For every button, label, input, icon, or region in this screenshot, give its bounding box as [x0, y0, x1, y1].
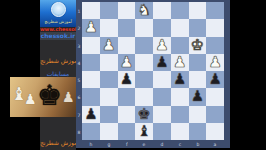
square-e5 [135, 71, 153, 88]
chess-pieces-photo: ♝ ♟ ♚ ♟ [10, 77, 76, 117]
square-g6 [100, 88, 118, 105]
file-label-g: g [101, 140, 117, 147]
logo-calligraphy: آموزش شطرنج [44, 18, 72, 23]
black-pawn-a5: ♟ [208, 72, 221, 87]
white-pawn-c4: ♟ [173, 55, 186, 70]
sidebar: آموزش شطرنج www.chessok.ir chessok.ir آم… [40, 0, 76, 150]
rank-label-3: 3 [76, 37, 81, 53]
black-king-e7: ♚ [137, 107, 150, 122]
chess-federation-emblem-icon [51, 2, 66, 17]
square-g5 [100, 71, 118, 88]
square-h7: ♟ [82, 106, 100, 123]
rank-label-8: 8 [76, 124, 81, 140]
file-label-b: b [189, 140, 205, 147]
black-pawn-c5: ♟ [173, 72, 186, 87]
rank-label-2: 2 [76, 20, 81, 36]
caption-orange-top: آموزش شطرنج [40, 57, 76, 64]
square-h6 [82, 88, 100, 105]
rank-label-7: 7 [76, 106, 81, 122]
square-d6 [153, 88, 171, 105]
white-knight-e1: ♞ [137, 3, 150, 18]
square-g7 [100, 106, 118, 123]
square-e1: ♞ [135, 2, 153, 19]
file-label-a: a [207, 140, 223, 147]
chess-board: 12345678 ♞♟♟♟♚♟♟♟♟♟♟♟♟♟♚♝ hgfedcba [76, 0, 230, 148]
file-label-f: f [118, 140, 134, 147]
square-a3 [206, 37, 224, 54]
square-b2 [189, 19, 207, 36]
caption-orange-bottom: آموزش شطرنج [40, 139, 76, 146]
square-g2 [100, 19, 118, 36]
file-label-h: h [83, 140, 99, 147]
square-f7 [118, 106, 136, 123]
square-c3 [171, 37, 189, 54]
square-b3: ♚ [189, 37, 207, 54]
logo-box: آموزش شطرنج [40, 0, 76, 27]
square-e4 [135, 54, 153, 71]
square-c2 [171, 19, 189, 36]
rank-label-1: 1 [76, 3, 81, 19]
square-h5 [82, 71, 100, 88]
square-c4: ♟ [171, 54, 189, 71]
square-b4 [189, 54, 207, 71]
square-e8: ♝ [135, 123, 153, 140]
file-label-d: d [154, 140, 170, 147]
white-king-b3: ♚ [191, 38, 204, 53]
square-f1 [118, 2, 136, 19]
black-bishop-e8: ♝ [137, 124, 150, 139]
square-a5: ♟ [206, 71, 224, 88]
black-pawn-d4: ♟ [155, 55, 168, 70]
video-frame: آموزش شطرنج www.chessok.ir chessok.ir آم… [0, 0, 266, 150]
square-b7 [189, 106, 207, 123]
square-d4: ♟ [153, 54, 171, 71]
square-d3: ♟ [153, 37, 171, 54]
square-e6 [135, 88, 153, 105]
square-d7 [153, 106, 171, 123]
square-b8 [189, 123, 207, 140]
photo-white-pawn: ♟ [24, 91, 37, 107]
square-h8 [82, 123, 100, 140]
square-a1 [206, 2, 224, 19]
square-f5: ♟ [118, 71, 136, 88]
square-g1 [100, 2, 118, 19]
square-a8 [206, 123, 224, 140]
square-h1 [82, 2, 100, 19]
photo-black-king: ♚ [37, 79, 62, 112]
black-pawn-b6: ♟ [191, 89, 204, 104]
rank-label-4: 4 [76, 55, 81, 71]
square-h4 [82, 54, 100, 71]
caption-blue: مسابقات [40, 70, 76, 77]
file-label-c: c [172, 140, 188, 147]
black-pawn-f5: ♟ [120, 72, 133, 87]
file-label-e: e [136, 140, 152, 147]
white-pawn-f4: ♟ [120, 55, 133, 70]
rank-label-5: 5 [76, 72, 81, 88]
square-d2 [153, 19, 171, 36]
square-f2 [118, 19, 136, 36]
square-h2: ♟ [82, 19, 100, 36]
square-a2 [206, 19, 224, 36]
square-b1 [189, 2, 207, 19]
square-a4: ♟ [206, 54, 224, 71]
square-f8 [118, 123, 136, 140]
square-c5: ♟ [171, 71, 189, 88]
square-e2 [135, 19, 153, 36]
white-pawn-a4: ♟ [208, 55, 221, 70]
square-f3 [118, 37, 136, 54]
square-d1 [153, 2, 171, 19]
white-pawn-g3: ♟ [102, 38, 115, 53]
square-f4: ♟ [118, 54, 136, 71]
square-c7 [171, 106, 189, 123]
square-e3 [135, 37, 153, 54]
square-c6 [171, 88, 189, 105]
file-labels: hgfedcba [82, 140, 224, 148]
square-f6 [118, 88, 136, 105]
photo-white-pawn-2: ♟ [62, 89, 75, 105]
square-a7 [206, 106, 224, 123]
white-pawn-h2: ♟ [84, 20, 97, 35]
square-h3 [82, 37, 100, 54]
square-c8 [171, 123, 189, 140]
square-g4 [100, 54, 118, 71]
rank-label-6: 6 [76, 89, 81, 105]
square-d5 [153, 71, 171, 88]
square-e7: ♚ [135, 106, 153, 123]
square-g8 [100, 123, 118, 140]
domain-blue-text: chessok.ir [40, 32, 76, 40]
square-g3: ♟ [100, 37, 118, 54]
white-pawn-d3: ♟ [155, 38, 168, 53]
square-b5 [189, 71, 207, 88]
square-d8 [153, 123, 171, 140]
black-pawn-h7: ♟ [84, 107, 97, 122]
square-b6: ♟ [189, 88, 207, 105]
board-squares: ♞♟♟♟♚♟♟♟♟♟♟♟♟♟♚♝ [82, 2, 224, 140]
square-a6 [206, 88, 224, 105]
square-c1 [171, 2, 189, 19]
